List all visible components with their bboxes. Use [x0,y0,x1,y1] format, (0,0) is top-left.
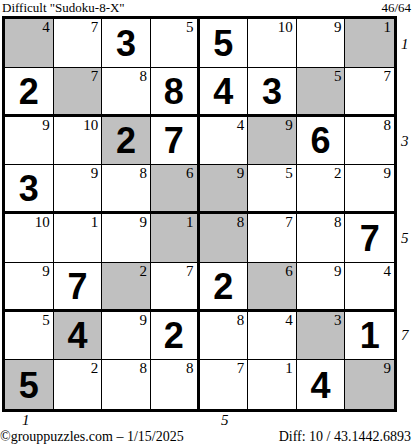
cell-r8c2[interactable]: 2 [54,360,103,409]
clue-index: 9 [334,263,342,280]
clue-index: 2 [334,165,342,182]
clue-index: 7 [237,360,245,377]
cell-r7c6[interactable]: 4 [248,312,297,361]
cell-r7c5[interactable]: 8 [200,312,249,361]
clue-index: 8 [384,117,392,134]
cell-r2c8[interactable]: 7 [345,68,394,117]
given-digit: 7 [67,269,87,305]
row-label-5: 5 [401,230,411,247]
clue-index: 8 [139,165,147,182]
sudoku-board: 4735510912788435791027496839869529101918… [2,16,397,412]
clue-index: 9 [139,214,147,231]
cell-r5c8[interactable]: 7 [345,214,394,263]
cell-r4c1[interactable]: 3 [5,165,54,214]
cell-r4c4[interactable]: 6 [151,165,200,214]
clue-index: 8 [186,360,194,377]
clue-index: 1 [384,19,392,36]
clue-index: 5 [186,19,194,36]
clue-index: 9 [139,312,147,329]
cell-r1c7[interactable]: 9 [297,19,346,68]
cell-r8c1[interactable]: 5 [5,360,54,409]
clue-index: 9 [42,117,50,134]
clue-index: 9 [384,165,392,182]
clue-index: 8 [237,214,245,231]
cell-r6c3[interactable]: 2 [102,263,151,312]
clue-index: 9 [91,165,99,182]
cell-r2c5[interactable]: 4 [200,68,249,117]
clue-index: 10 [83,117,98,134]
cell-r4c5[interactable]: 9 [200,165,249,214]
clue-index: 7 [384,68,392,85]
copyright-text: ©grouppuzzles.com – 1/15/2025 [0,429,184,445]
clue-index: 4 [237,117,245,134]
given-digit: 8 [164,74,184,110]
row-label-1: 1 [401,36,411,53]
cell-r1c5[interactable]: 5 [200,19,249,68]
cell-r1c4[interactable]: 5 [151,19,200,68]
cell-r1c6[interactable]: 10 [248,19,297,68]
given-digit: 3 [262,74,282,110]
cell-r5c4[interactable]: 1 [151,214,200,263]
given-digit: 3 [19,171,39,207]
clue-index: 9 [237,165,245,182]
given-digit: 2 [213,269,233,305]
cell-r8c8[interactable]: 9 [345,360,394,409]
clue-index: 7 [91,68,99,85]
cell-r2c4[interactable]: 8 [151,68,200,117]
cell-r6c2[interactable]: 7 [54,263,103,312]
cell-r3c1[interactable]: 9 [5,117,54,166]
given-digit: 2 [19,74,39,110]
cell-r6c4[interactable]: 7 [151,263,200,312]
clue-index: 4 [285,312,293,329]
cell-r2c1[interactable]: 2 [5,68,54,117]
cell-r3c4[interactable]: 7 [151,117,200,166]
given-digit: 5 [19,368,39,404]
clue-index: 4 [42,19,50,36]
clue-index: 1 [91,214,99,231]
clue-index: 10 [278,19,293,36]
given-digit: 4 [67,318,87,354]
given-digit: 7 [164,123,184,159]
cell-r7c3[interactable]: 9 [102,312,151,361]
given-digit: 3 [116,26,136,62]
clue-index: 10 [35,214,50,231]
clue-index: 7 [186,263,194,280]
cell-r4c6[interactable]: 5 [248,165,297,214]
clue-index: 8 [139,68,147,85]
cell-r4c8[interactable]: 9 [345,165,394,214]
clue-index: 9 [42,263,50,280]
col-label-1: 1 [22,412,30,429]
cell-r6c6[interactable]: 6 [248,263,297,312]
cell-r1c2[interactable]: 7 [54,19,103,68]
cell-r3c8[interactable]: 8 [345,117,394,166]
clue-index: 6 [285,263,293,280]
given-digit: 2 [116,123,136,159]
cell-r2c6[interactable]: 3 [248,68,297,117]
clue-index: 8 [334,214,342,231]
difficulty-text: Diff: 10 / 43.1442.6893 [279,429,411,445]
cell-r8c4[interactable]: 8 [151,360,200,409]
row-label-3: 3 [401,133,411,150]
cell-r5c6[interactable]: 7 [248,214,297,263]
cell-r6c8[interactable]: 4 [345,263,394,312]
clue-index: 2 [91,360,99,377]
clue-index: 7 [91,19,99,36]
cell-r7c1[interactable]: 5 [5,312,54,361]
clue-index: 5 [334,68,342,85]
clue-index: 3 [334,312,342,329]
cell-r5c1[interactable]: 10 [5,214,54,263]
clue-index: 5 [285,165,293,182]
cell-r4c7[interactable]: 2 [297,165,346,214]
given-digit: 6 [311,123,331,159]
given-digit: 2 [164,318,184,354]
cell-r7c7[interactable]: 3 [297,312,346,361]
clue-index: 8 [237,312,245,329]
cell-r8c6[interactable]: 1 [248,360,297,409]
clue-index: 9 [384,360,392,377]
col-label-5: 5 [221,412,229,429]
clue-index: 4 [384,263,392,280]
progress-counter: 46/64 [381,0,411,16]
cell-r7c8[interactable]: 1 [345,312,394,361]
clue-index: 9 [334,19,342,36]
cell-r6c5[interactable]: 2 [200,263,249,312]
cell-r6c7[interactable]: 9 [297,263,346,312]
clue-index: 8 [139,360,147,377]
cell-r6c1[interactable]: 9 [5,263,54,312]
clue-index: 1 [186,214,194,231]
given-digit: 5 [213,26,233,62]
clue-index: 7 [285,214,293,231]
cell-r2c7[interactable]: 5 [297,68,346,117]
cell-r5c7[interactable]: 8 [297,214,346,263]
row-label-7: 7 [401,327,411,344]
cell-r3c5[interactable]: 4 [200,117,249,166]
cell-r3c6[interactable]: 9 [248,117,297,166]
cell-r1c8[interactable]: 1 [345,19,394,68]
cell-r1c1[interactable]: 4 [5,19,54,68]
cell-r7c4[interactable]: 2 [151,312,200,361]
cell-r3c7[interactable]: 6 [297,117,346,166]
cell-r8c5[interactable]: 7 [200,360,249,409]
given-digit: 1 [360,318,380,354]
cell-r8c7[interactable]: 4 [297,360,346,409]
cell-r3c2[interactable]: 10 [54,117,103,166]
cell-r5c5[interactable]: 8 [200,214,249,263]
given-digit: 4 [311,368,331,404]
cell-r2c2[interactable]: 7 [54,68,103,117]
puzzle-title: Difficult "Sudoku-8-X" [2,0,125,16]
cell-r1c3[interactable]: 3 [102,19,151,68]
given-digit: 4 [213,74,233,110]
cell-r3c3[interactable]: 2 [102,117,151,166]
clue-index: 1 [285,360,293,377]
cell-r8c3[interactable]: 8 [102,360,151,409]
cell-r2c3[interactable]: 8 [102,68,151,117]
cell-r4c3[interactable]: 8 [102,165,151,214]
cell-r4c2[interactable]: 9 [54,165,103,214]
clue-index: 5 [42,312,50,329]
cell-r5c2[interactable]: 1 [54,214,103,263]
clue-index: 6 [186,165,194,182]
clue-index: 2 [139,263,147,280]
cell-r5c3[interactable]: 9 [102,214,151,263]
clue-index: 9 [285,117,293,134]
cell-r7c2[interactable]: 4 [54,312,103,361]
given-digit: 7 [360,221,380,257]
